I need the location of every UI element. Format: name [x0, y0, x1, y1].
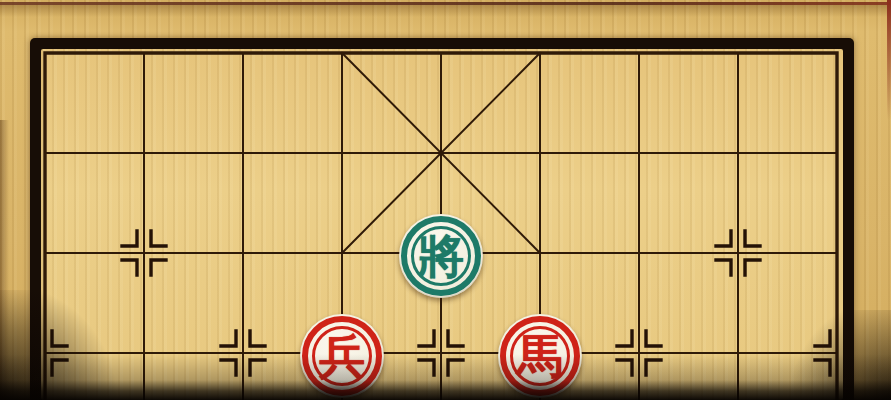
piece-character: 兵: [300, 314, 384, 398]
board-grid: [0, 0, 891, 400]
xiangqi-piece-red-soldier[interactable]: 兵: [300, 314, 384, 398]
piece-character: 馬: [498, 314, 582, 398]
xiangqi-board-screenshot: 將兵馬: [0, 0, 891, 400]
xiangqi-piece-black-general[interactable]: 將: [399, 214, 483, 298]
xiangqi-piece-red-horse[interactable]: 馬: [498, 314, 582, 398]
piece-character: 將: [399, 214, 483, 298]
